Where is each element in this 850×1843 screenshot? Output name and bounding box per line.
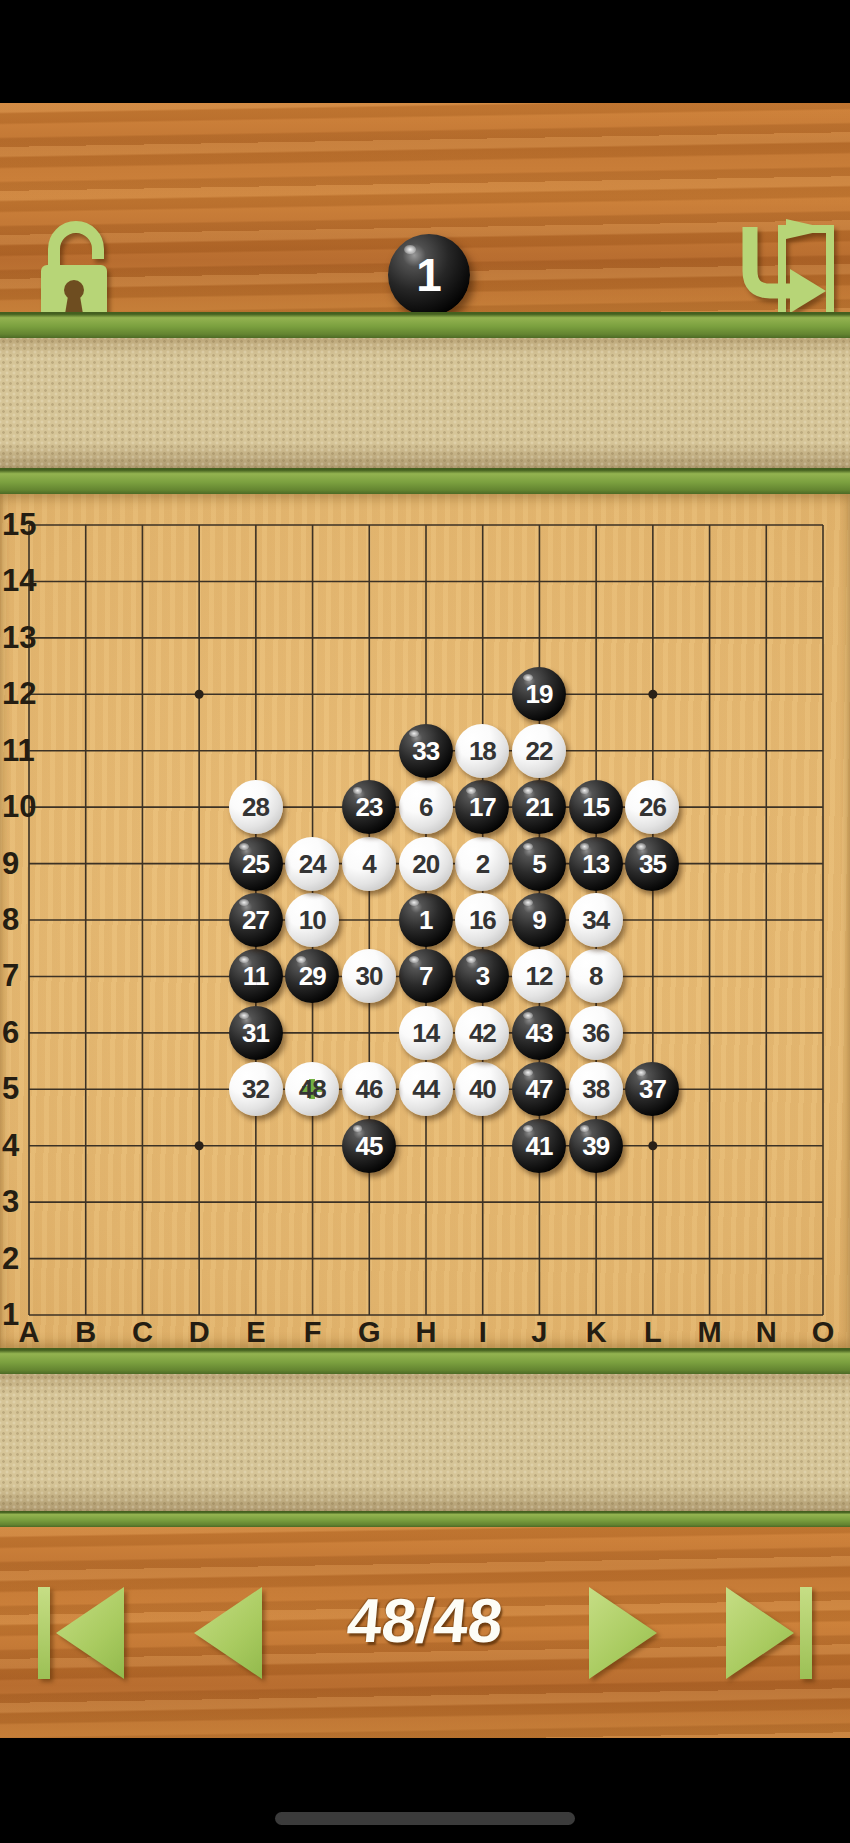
- move-badge-number: 1: [416, 248, 442, 302]
- green-divider-top-1: [0, 312, 850, 338]
- stone-4-white-G9: 4: [342, 837, 396, 891]
- stone-18-white-I11: 18: [455, 724, 509, 778]
- stone-8-white-K7: 8: [569, 949, 623, 1003]
- stone-3-black-I7: 3: [455, 949, 509, 1003]
- burlap-band-bottom: [0, 1374, 850, 1511]
- move-number-badge: 1: [388, 234, 470, 316]
- stone-43-black-J6: 43: [512, 1006, 566, 1060]
- stone-number: 23: [355, 794, 382, 820]
- stone-number: 15: [582, 794, 609, 820]
- stone-35-black-L9: 35: [625, 837, 679, 891]
- stone-14-white-H6: 14: [399, 1006, 453, 1060]
- stone-39-black-K4: 39: [569, 1119, 623, 1173]
- stone-number: 31: [242, 1020, 269, 1046]
- previous-move-button[interactable]: [194, 1587, 262, 1679]
- burlap-band-top: [0, 338, 850, 468]
- stone-41-black-J4: 41: [512, 1119, 566, 1173]
- stone-36-white-K6: 36: [569, 1006, 623, 1060]
- stone-number: 41: [526, 1133, 553, 1159]
- stone-number: 37: [639, 1076, 666, 1102]
- stone-9-black-J8: 9: [512, 893, 566, 947]
- stone-26-white-L10: 26: [625, 780, 679, 834]
- first-move-triangle-icon: [56, 1587, 124, 1679]
- stone-number: 42: [469, 1020, 496, 1046]
- previous-move-triangle-icon: [194, 1587, 262, 1679]
- stone-37-black-L5: 37: [625, 1062, 679, 1116]
- stone-number: 12: [526, 963, 553, 989]
- stone-number: 25: [242, 851, 269, 877]
- stone-number: 18: [469, 738, 496, 764]
- stone-number: 26: [639, 794, 666, 820]
- header: 1 폼폰퓨린 VS 은빛의 배추3: [0, 103, 850, 312]
- stone-47-black-J5: 47: [512, 1062, 566, 1116]
- stone-38-white-K5: 38: [569, 1062, 623, 1116]
- app-screen: 1 폼폰퓨린 VS 은빛의 배추3 151413121110987654321 …: [0, 0, 850, 1843]
- stone-number: 35: [639, 851, 666, 877]
- stone-13-black-K9: 13: [569, 837, 623, 891]
- stone-7-black-H7: 7: [399, 949, 453, 1003]
- stone-40-white-I5: 40: [455, 1062, 509, 1116]
- next-move-triangle-icon: [589, 1587, 657, 1679]
- replay-navbar: 48/48: [0, 1527, 850, 1738]
- stone-number: 22: [526, 738, 553, 764]
- stone-number: 34: [582, 907, 609, 933]
- stone-32-white-E5: 32: [229, 1062, 283, 1116]
- stone-27-black-E8: 27: [229, 893, 283, 947]
- stone-29-black-F7: 29: [285, 949, 339, 1003]
- stone-24-white-F9: 24: [285, 837, 339, 891]
- stone-number: 20: [412, 851, 439, 877]
- stone-number: 43: [526, 1020, 553, 1046]
- stone-number: 40: [469, 1076, 496, 1102]
- green-divider-bottom-2: [0, 1511, 850, 1527]
- stone-number: 24: [299, 851, 326, 877]
- green-divider-top-2: [0, 468, 850, 494]
- stone-number: 32: [242, 1076, 269, 1102]
- bottom-system-area: [0, 1738, 850, 1843]
- stone-number: 39: [582, 1133, 609, 1159]
- stone-23-black-G10: 23: [342, 780, 396, 834]
- stone-16-white-I8: 16: [455, 893, 509, 947]
- stone-number: 29: [299, 963, 326, 989]
- stone-number: 46: [355, 1076, 382, 1102]
- stone-number: 48: [299, 1076, 326, 1102]
- stone-number: 27: [242, 907, 269, 933]
- stone-number: 3: [476, 963, 489, 989]
- stone-number: 14: [412, 1020, 439, 1046]
- stone-1-black-H8: 1: [399, 893, 453, 947]
- stone-46-white-G5: 46: [342, 1062, 396, 1116]
- stone-number: 36: [582, 1020, 609, 1046]
- board[interactable]: 151413121110987654321 ABCDEFGHIJKLMNO 12…: [0, 494, 850, 1348]
- stone-17-black-I10: 17: [455, 780, 509, 834]
- stone-12-white-J7: 12: [512, 949, 566, 1003]
- stone-number: 1: [419, 907, 432, 933]
- stone-28-white-E10: 28: [229, 780, 283, 834]
- stone-number: 5: [532, 851, 545, 877]
- stone-number: 6: [419, 794, 432, 820]
- stone-number: 38: [582, 1076, 609, 1102]
- stone-number: 4: [362, 851, 375, 877]
- stone-11-black-E7: 11: [229, 949, 283, 1003]
- stone-number: 9: [532, 907, 545, 933]
- stone-number: 28: [242, 794, 269, 820]
- move-counter: 48/48: [282, 1585, 568, 1656]
- stones-grid: 1234567891011121314151617181920212223242…: [0, 497, 850, 1343]
- stone-5-black-J9: 5: [512, 837, 566, 891]
- last-move-bar-icon: [800, 1587, 812, 1679]
- stone-number: 19: [526, 681, 553, 707]
- exit-button[interactable]: [738, 215, 842, 327]
- stone-number: 45: [355, 1133, 382, 1159]
- stone-number: 30: [355, 963, 382, 989]
- stone-number: 21: [526, 794, 553, 820]
- stone-number: 8: [589, 963, 602, 989]
- stone-31-black-E6: 31: [229, 1006, 283, 1060]
- stone-20-white-H9: 20: [399, 837, 453, 891]
- stone-number: 17: [469, 794, 496, 820]
- next-move-button[interactable]: [589, 1587, 657, 1679]
- status-bar: [0, 0, 850, 103]
- stone-number: 16: [469, 907, 496, 933]
- last-move-triangle-icon: [726, 1587, 794, 1679]
- green-divider-bottom-1: [0, 1348, 850, 1374]
- stone-15-black-K10: 15: [569, 780, 623, 834]
- home-indicator[interactable]: [275, 1812, 575, 1825]
- stone-2-white-I9: 2: [455, 837, 509, 891]
- stone-25-black-E9: 25: [229, 837, 283, 891]
- stone-34-white-K8: 34: [569, 893, 623, 947]
- stone-number: 11: [243, 963, 269, 989]
- stone-number: 7: [419, 963, 432, 989]
- stone-number: 33: [412, 738, 439, 764]
- stone-number: 44: [412, 1076, 439, 1102]
- stone-21-black-J10: 21: [512, 780, 566, 834]
- stone-22-white-J11: 22: [512, 724, 566, 778]
- stone-45-black-G4: 45: [342, 1119, 396, 1173]
- stone-30-white-G7: 30: [342, 949, 396, 1003]
- stone-number: 47: [526, 1076, 553, 1102]
- stone-44-white-H5: 44: [399, 1062, 453, 1116]
- stone-33-black-H11: 33: [399, 724, 453, 778]
- stone-42-white-I6: 42: [455, 1006, 509, 1060]
- stone-number: 13: [582, 851, 609, 877]
- stone-number: 10: [299, 907, 326, 933]
- stone-48-white-F5: 48: [285, 1062, 339, 1116]
- stone-6-white-H10: 6: [399, 780, 453, 834]
- stone-10-white-F8: 10: [285, 893, 339, 947]
- stone-19-black-J12: 19: [512, 667, 566, 721]
- exit-door-arrow-icon: [738, 215, 842, 327]
- first-move-bar-icon: [38, 1587, 50, 1679]
- stone-number: 2: [476, 851, 489, 877]
